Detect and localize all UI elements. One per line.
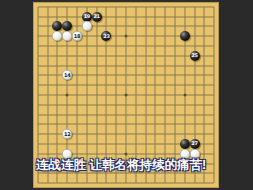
intersection [121, 51, 131, 61]
intersection [199, 129, 209, 139]
intersection [150, 12, 160, 22]
intersection [33, 31, 43, 41]
intersection [33, 41, 43, 51]
intersection [190, 129, 200, 139]
intersection [102, 110, 112, 120]
intersection [111, 119, 121, 129]
intersection [199, 31, 209, 41]
intersection [160, 129, 170, 139]
intersection [141, 12, 151, 22]
intersection [170, 51, 180, 61]
intersection [150, 110, 160, 120]
move-number: 23 [103, 34, 109, 39]
intersection [160, 139, 170, 149]
intersection [72, 139, 82, 149]
intersection [209, 12, 219, 22]
intersection [121, 80, 131, 90]
intersection [131, 71, 141, 81]
intersection [209, 90, 219, 100]
intersection [199, 119, 209, 129]
intersection [150, 139, 160, 149]
intersection [72, 129, 82, 139]
intersection [82, 119, 92, 129]
intersection [190, 100, 200, 110]
intersection [131, 31, 141, 41]
intersection [180, 90, 190, 100]
intersection [121, 12, 131, 22]
intersection [33, 139, 43, 149]
intersection [111, 178, 121, 188]
intersection [102, 100, 112, 110]
intersection [141, 139, 151, 149]
intersection [62, 22, 72, 32]
intersection: 18 [72, 31, 82, 41]
intersection [92, 110, 102, 120]
intersection [190, 80, 200, 90]
intersection [150, 90, 160, 100]
intersection [53, 139, 63, 149]
caption-text: 连战连胜 让韩名将持续的痛苦! [36, 157, 251, 174]
intersection [209, 2, 219, 12]
intersection [160, 119, 170, 129]
intersection [72, 61, 82, 71]
intersection [150, 71, 160, 81]
intersection [121, 178, 131, 188]
intersection [72, 90, 82, 100]
intersection [121, 22, 131, 32]
intersection [72, 41, 82, 51]
intersection [33, 51, 43, 61]
intersection [102, 71, 112, 81]
intersection [160, 110, 170, 120]
intersection [102, 41, 112, 51]
intersection [111, 71, 121, 81]
intersection [170, 139, 180, 149]
intersection [102, 178, 112, 188]
intersection [131, 2, 141, 12]
intersection [53, 31, 63, 41]
intersection [92, 31, 102, 41]
intersection [141, 119, 151, 129]
intersection [131, 61, 141, 71]
intersection [209, 100, 219, 110]
intersection [131, 178, 141, 188]
intersection [170, 41, 180, 51]
intersection: 27 [190, 139, 200, 149]
intersection [82, 80, 92, 90]
black-stone [52, 21, 62, 31]
star-point [124, 93, 127, 96]
intersection [43, 61, 53, 71]
intersection [121, 100, 131, 110]
intersection [131, 119, 141, 129]
white-stone: 18 [72, 31, 82, 41]
intersection [43, 110, 53, 120]
intersection [111, 2, 121, 12]
intersection: 23 [102, 31, 112, 41]
intersection [190, 110, 200, 120]
intersection [111, 22, 121, 32]
intersection [170, 71, 180, 81]
intersection [62, 139, 72, 149]
intersection [121, 129, 131, 139]
intersection [33, 178, 43, 188]
intersection [170, 178, 180, 188]
intersection [72, 2, 82, 12]
intersection [92, 22, 102, 32]
intersection [62, 90, 72, 100]
black-stone: 21 [92, 12, 102, 22]
intersection [131, 80, 141, 90]
intersection [33, 119, 43, 129]
intersection [141, 90, 151, 100]
intersection [141, 129, 151, 139]
intersection [190, 119, 200, 129]
intersection [180, 178, 190, 188]
intersection [209, 31, 219, 41]
intersection [160, 2, 170, 12]
intersection [180, 22, 190, 32]
intersection: 12 [62, 129, 72, 139]
intersection [82, 178, 92, 188]
intersection [209, 129, 219, 139]
intersection [131, 12, 141, 22]
intersection [102, 139, 112, 149]
intersection [160, 31, 170, 41]
intersection [131, 51, 141, 61]
black-stone: 25 [190, 51, 200, 61]
intersection [180, 71, 190, 81]
intersection [190, 12, 200, 22]
intersection [33, 80, 43, 90]
intersection [160, 178, 170, 188]
intersection [199, 100, 209, 110]
intersection [150, 2, 160, 12]
intersection [190, 61, 200, 71]
intersection [53, 129, 63, 139]
intersection [33, 2, 43, 12]
intersection [180, 119, 190, 129]
intersection [121, 31, 131, 41]
intersection [43, 51, 53, 61]
intersection [72, 80, 82, 90]
intersection [121, 90, 131, 100]
intersection [121, 119, 131, 129]
intersection [160, 100, 170, 110]
intersection [209, 71, 219, 81]
intersection [33, 61, 43, 71]
intersection [111, 139, 121, 149]
intersection [82, 71, 92, 81]
intersection [62, 80, 72, 90]
intersection [43, 100, 53, 110]
intersection [190, 31, 200, 41]
intersection [33, 22, 43, 32]
intersection [111, 51, 121, 61]
intersection [199, 71, 209, 81]
intersection [72, 100, 82, 110]
intersection [209, 51, 219, 61]
video-frame: 1921182325141227 连战连胜 让韩名将持续的痛苦! [0, 0, 253, 190]
intersection [121, 71, 131, 81]
intersection [141, 61, 151, 71]
intersection [131, 100, 141, 110]
intersection [43, 71, 53, 81]
intersection [82, 110, 92, 120]
intersection [199, 139, 209, 149]
intersection [209, 80, 219, 90]
white-stone [82, 21, 92, 31]
intersection [199, 12, 209, 22]
intersection [141, 110, 151, 120]
intersection [82, 22, 92, 32]
intersection [131, 41, 141, 51]
black-stone [62, 21, 72, 31]
intersection [53, 41, 63, 51]
intersection [53, 12, 63, 22]
intersection [92, 139, 102, 149]
intersection [199, 90, 209, 100]
intersection [190, 41, 200, 51]
intersection [53, 2, 63, 12]
intersection [33, 129, 43, 139]
intersection [209, 41, 219, 51]
intersection [199, 2, 209, 12]
move-number: 21 [93, 14, 99, 19]
intersection: 14 [62, 71, 72, 81]
intersection [170, 31, 180, 41]
intersection [43, 119, 53, 129]
intersection [111, 110, 121, 120]
intersection [82, 139, 92, 149]
intersection [62, 110, 72, 120]
intersection [160, 90, 170, 100]
intersection [92, 100, 102, 110]
intersection [62, 2, 72, 12]
intersection [92, 178, 102, 188]
intersection [170, 22, 180, 32]
intersection [92, 119, 102, 129]
intersection [82, 90, 92, 100]
intersection [33, 90, 43, 100]
intersection [141, 22, 151, 32]
intersection [141, 71, 151, 81]
intersection [180, 2, 190, 12]
intersection [209, 61, 219, 71]
intersection [141, 80, 151, 90]
intersection [111, 100, 121, 110]
intersection [160, 22, 170, 32]
white-stone [52, 31, 62, 41]
intersection [150, 119, 160, 129]
intersection [102, 61, 112, 71]
intersection [72, 110, 82, 120]
intersection [190, 178, 200, 188]
intersection [43, 41, 53, 51]
intersection [111, 80, 121, 90]
intersection [62, 41, 72, 51]
intersection [180, 80, 190, 90]
intersection [150, 41, 160, 51]
intersection [150, 80, 160, 90]
white-stone: 12 [62, 129, 72, 139]
intersection [190, 22, 200, 32]
intersection [62, 31, 72, 41]
intersection [190, 2, 200, 12]
intersection [33, 71, 43, 81]
intersection [180, 41, 190, 51]
intersection [53, 178, 63, 188]
intersection [92, 61, 102, 71]
intersection [33, 100, 43, 110]
intersection [170, 61, 180, 71]
intersection [53, 90, 63, 100]
intersection [72, 12, 82, 22]
star-point [124, 35, 127, 38]
intersection [180, 31, 190, 41]
intersection: 19 [82, 12, 92, 22]
intersection [72, 119, 82, 129]
intersection [160, 41, 170, 51]
intersection [209, 22, 219, 32]
intersection [170, 129, 180, 139]
intersection [53, 51, 63, 61]
intersection [199, 61, 209, 71]
intersection [131, 90, 141, 100]
intersection [102, 90, 112, 100]
intersection [82, 41, 92, 51]
intersection [209, 178, 219, 188]
intersection [102, 51, 112, 61]
intersection [53, 80, 63, 90]
intersection [170, 12, 180, 22]
intersection [92, 2, 102, 12]
intersection [43, 2, 53, 12]
intersection [43, 12, 53, 22]
intersection [209, 119, 219, 129]
intersection [121, 61, 131, 71]
intersection: 21 [92, 12, 102, 22]
intersection [131, 110, 141, 120]
intersection [199, 178, 209, 188]
intersection [170, 90, 180, 100]
intersection: 25 [190, 51, 200, 61]
intersection [33, 12, 43, 22]
intersection [121, 41, 131, 51]
move-number: 19 [84, 14, 90, 19]
intersection [199, 110, 209, 120]
intersection [62, 61, 72, 71]
intersection [160, 61, 170, 71]
intersection [43, 129, 53, 139]
intersection [102, 119, 112, 129]
star-point [66, 93, 69, 96]
intersection [53, 22, 63, 32]
intersection [62, 119, 72, 129]
intersection [72, 178, 82, 188]
move-number: 12 [64, 132, 70, 137]
intersection [131, 139, 141, 149]
intersection [102, 80, 112, 90]
intersection [160, 51, 170, 61]
intersection [82, 2, 92, 12]
intersection [102, 129, 112, 139]
intersection [180, 51, 190, 61]
intersection [43, 139, 53, 149]
intersection [43, 90, 53, 100]
intersection [141, 178, 151, 188]
intersection [53, 100, 63, 110]
intersection [92, 41, 102, 51]
move-number: 27 [191, 141, 197, 146]
intersection [121, 2, 131, 12]
intersection [62, 178, 72, 188]
intersection [150, 61, 160, 71]
intersection [121, 139, 131, 149]
intersection [199, 41, 209, 51]
intersection [150, 178, 160, 188]
intersection [150, 51, 160, 61]
intersection [170, 100, 180, 110]
intersection [82, 51, 92, 61]
intersection [150, 100, 160, 110]
intersection [111, 41, 121, 51]
intersection [150, 22, 160, 32]
intersection [102, 12, 112, 22]
intersection [72, 51, 82, 61]
intersection [43, 31, 53, 41]
intersection [111, 61, 121, 71]
star-point [183, 93, 186, 96]
intersection [62, 12, 72, 22]
intersection [53, 110, 63, 120]
intersection [199, 80, 209, 90]
white-stone: 14 [62, 70, 72, 80]
intersection [199, 22, 209, 32]
intersection [53, 61, 63, 71]
intersection [180, 110, 190, 120]
intersection [82, 100, 92, 110]
intersection [111, 31, 121, 41]
intersection [92, 71, 102, 81]
intersection [141, 100, 151, 110]
intersection [33, 110, 43, 120]
intersection [180, 139, 190, 149]
intersection [209, 139, 219, 149]
move-number: 14 [64, 73, 70, 78]
intersection [160, 12, 170, 22]
intersection [141, 51, 151, 61]
intersection [82, 31, 92, 41]
intersection [72, 22, 82, 32]
intersection [92, 51, 102, 61]
star-point [124, 152, 127, 155]
move-number: 18 [74, 34, 80, 39]
intersection [43, 80, 53, 90]
intersection [92, 129, 102, 139]
intersection [170, 2, 180, 12]
intersection [209, 110, 219, 120]
intersection [43, 178, 53, 188]
intersection [102, 22, 112, 32]
intersection [150, 31, 160, 41]
black-stone: 27 [190, 139, 200, 149]
intersection [131, 129, 141, 139]
intersection [82, 129, 92, 139]
intersection [199, 51, 209, 61]
intersection [150, 129, 160, 139]
intersection [141, 2, 151, 12]
